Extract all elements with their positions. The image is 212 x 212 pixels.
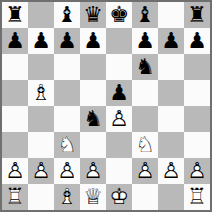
- white-queen: ♛♕: [83, 186, 103, 208]
- square-a2[interactable]: ♟♙: [2, 158, 28, 184]
- square-g2[interactable]: ♟♙: [158, 158, 184, 184]
- chess-diagram: ♜♝♛♚♝♜♟♟♟♟♟♟♟♞♝♗♟♞♟♙♞♘♞♘♟♙♟♙♟♙♟♙♟♙♟♙♟♙♜♖…: [0, 0, 212, 212]
- square-h6[interactable]: [184, 54, 210, 80]
- square-h8[interactable]: ♜: [184, 2, 210, 28]
- square-c4[interactable]: [54, 106, 80, 132]
- square-e7[interactable]: [106, 28, 132, 54]
- white-piece-outline: ♙: [161, 160, 181, 182]
- white-piece-outline: ♘: [57, 134, 77, 156]
- square-d2[interactable]: ♟♙: [80, 158, 106, 184]
- square-c2[interactable]: ♟♙: [54, 158, 80, 184]
- square-f5[interactable]: [132, 80, 158, 106]
- square-c7[interactable]: ♟: [54, 28, 80, 54]
- square-c1[interactable]: ♝♗: [54, 184, 80, 210]
- square-d4[interactable]: ♞: [80, 106, 106, 132]
- white-piece-outline: ♘: [135, 134, 155, 156]
- black-bishop: ♝: [135, 4, 155, 26]
- square-d8[interactable]: ♛: [80, 2, 106, 28]
- square-b8[interactable]: [28, 2, 54, 28]
- square-c6[interactable]: [54, 54, 80, 80]
- square-b5[interactable]: ♝♗: [28, 80, 54, 106]
- white-pawn: ♟♙: [83, 160, 103, 182]
- black-pawn: ♟: [31, 30, 51, 52]
- white-knight: ♞♘: [57, 134, 77, 156]
- square-b7[interactable]: ♟: [28, 28, 54, 54]
- square-f4[interactable]: [132, 106, 158, 132]
- white-piece-outline: ♙: [31, 160, 51, 182]
- square-f2[interactable]: ♟♙: [132, 158, 158, 184]
- square-e2[interactable]: [106, 158, 132, 184]
- white-pawn: ♟♙: [161, 160, 181, 182]
- square-e6[interactable]: [106, 54, 132, 80]
- black-king: ♚: [109, 4, 129, 26]
- square-h7[interactable]: ♟: [184, 28, 210, 54]
- square-b4[interactable]: [28, 106, 54, 132]
- square-b3[interactable]: [28, 132, 54, 158]
- white-pawn: ♟♙: [109, 108, 129, 130]
- white-piece-outline: ♔: [109, 186, 129, 208]
- square-d3[interactable]: [80, 132, 106, 158]
- black-pawn: ♟: [57, 30, 77, 52]
- black-knight: ♞: [83, 108, 103, 130]
- black-pawn: ♟: [109, 82, 129, 104]
- white-piece-outline: ♙: [187, 160, 207, 182]
- square-c3[interactable]: ♞♘: [54, 132, 80, 158]
- black-pawn: ♟: [5, 30, 25, 52]
- square-b1[interactable]: [28, 184, 54, 210]
- square-g7[interactable]: ♟: [158, 28, 184, 54]
- white-king: ♚♔: [109, 186, 129, 208]
- square-f6[interactable]: ♞: [132, 54, 158, 80]
- square-g4[interactable]: [158, 106, 184, 132]
- square-a3[interactable]: [2, 132, 28, 158]
- square-h1[interactable]: ♜♖: [184, 184, 210, 210]
- white-piece-outline: ♕: [83, 186, 103, 208]
- square-d7[interactable]: ♟: [80, 28, 106, 54]
- white-piece-outline: ♙: [5, 160, 25, 182]
- white-bishop: ♝♗: [57, 186, 77, 208]
- white-piece-outline: ♙: [83, 160, 103, 182]
- black-pawn: ♟: [135, 30, 155, 52]
- square-d6[interactable]: [80, 54, 106, 80]
- square-c8[interactable]: ♝: [54, 2, 80, 28]
- black-pawn: ♟: [187, 30, 207, 52]
- white-piece-outline: ♖: [187, 186, 207, 208]
- square-d1[interactable]: ♛♕: [80, 184, 106, 210]
- white-pawn: ♟♙: [31, 160, 51, 182]
- square-g5[interactable]: [158, 80, 184, 106]
- square-g1[interactable]: [158, 184, 184, 210]
- black-rook: ♜: [187, 4, 207, 26]
- square-e5[interactable]: ♟: [106, 80, 132, 106]
- black-pawn: ♟: [161, 30, 181, 52]
- square-h5[interactable]: [184, 80, 210, 106]
- white-piece-outline: ♖: [5, 186, 25, 208]
- chess-board: ♜♝♛♚♝♜♟♟♟♟♟♟♟♞♝♗♟♞♟♙♞♘♞♘♟♙♟♙♟♙♟♙♟♙♟♙♟♙♜♖…: [0, 0, 212, 212]
- white-piece-outline: ♗: [31, 82, 51, 104]
- square-a8[interactable]: ♜: [2, 2, 28, 28]
- white-piece-outline: ♙: [135, 160, 155, 182]
- square-g8[interactable]: [158, 2, 184, 28]
- white-knight: ♞♘: [135, 134, 155, 156]
- square-f3[interactable]: ♞♘: [132, 132, 158, 158]
- square-a5[interactable]: [2, 80, 28, 106]
- square-g6[interactable]: [158, 54, 184, 80]
- square-g3[interactable]: [158, 132, 184, 158]
- white-rook: ♜♖: [187, 186, 207, 208]
- white-piece-outline: ♙: [57, 160, 77, 182]
- square-f1[interactable]: [132, 184, 158, 210]
- black-knight: ♞: [135, 56, 155, 78]
- black-bishop: ♝: [57, 4, 77, 26]
- white-piece-outline: ♗: [57, 186, 77, 208]
- white-pawn: ♟♙: [5, 160, 25, 182]
- white-pawn: ♟♙: [187, 160, 207, 182]
- square-e8[interactable]: ♚: [106, 2, 132, 28]
- square-e4[interactable]: ♟♙: [106, 106, 132, 132]
- white-rook: ♜♖: [5, 186, 25, 208]
- square-h3[interactable]: [184, 132, 210, 158]
- square-d5[interactable]: [80, 80, 106, 106]
- black-queen: ♛: [83, 4, 103, 26]
- square-a1[interactable]: ♜♖: [2, 184, 28, 210]
- square-b2[interactable]: ♟♙: [28, 158, 54, 184]
- square-e1[interactable]: ♚♔: [106, 184, 132, 210]
- square-h2[interactable]: ♟♙: [184, 158, 210, 184]
- square-b6[interactable]: [28, 54, 54, 80]
- black-pawn: ♟: [83, 30, 103, 52]
- white-piece-outline: ♙: [109, 108, 129, 130]
- square-h4[interactable]: [184, 106, 210, 132]
- square-f7[interactable]: ♟: [132, 28, 158, 54]
- square-e3[interactable]: [106, 132, 132, 158]
- square-a4[interactable]: [2, 106, 28, 132]
- white-bishop: ♝♗: [31, 82, 51, 104]
- square-c5[interactable]: [54, 80, 80, 106]
- white-pawn: ♟♙: [135, 160, 155, 182]
- square-a7[interactable]: ♟: [2, 28, 28, 54]
- square-a6[interactable]: [2, 54, 28, 80]
- white-pawn: ♟♙: [57, 160, 77, 182]
- square-f8[interactable]: ♝: [132, 2, 158, 28]
- black-rook: ♜: [5, 4, 25, 26]
